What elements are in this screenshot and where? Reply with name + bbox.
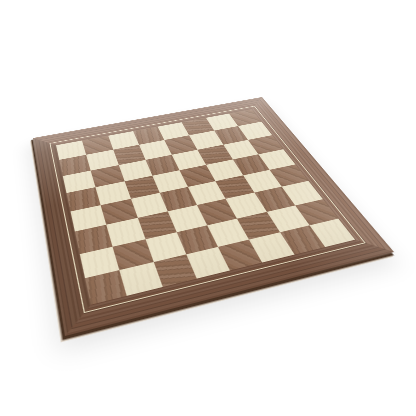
board-grid: [56, 109, 355, 304]
chess-board: [33, 97, 394, 336]
photo-background: [0, 0, 416, 416]
